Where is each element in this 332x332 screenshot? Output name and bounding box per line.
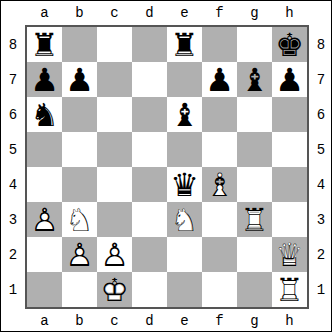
white-piece-outline: ♙ <box>97 237 132 272</box>
square-b4[interactable] <box>62 167 97 202</box>
file-label: h <box>272 1 307 25</box>
file-label: b <box>62 1 97 25</box>
file-label: f <box>202 309 237 332</box>
black-piece-glyph: ♜ <box>167 27 202 62</box>
rank-label: 2 <box>1 237 25 272</box>
square-b8[interactable] <box>62 27 97 62</box>
square-a2[interactable] <box>27 237 62 272</box>
rank-labels-left: 8 7 6 5 4 3 2 1 <box>1 27 25 307</box>
rank-label: 3 <box>1 202 25 237</box>
square-g7[interactable]: ♝ <box>237 62 272 97</box>
square-g8[interactable] <box>237 27 272 62</box>
square-a6[interactable]: ♞ <box>27 97 62 132</box>
square-g5[interactable] <box>237 132 272 167</box>
square-f4[interactable]: ♝♗ <box>202 167 237 202</box>
rank-labels-right: 8 7 6 5 4 3 2 1 <box>309 27 332 307</box>
file-label: g <box>237 309 272 332</box>
white-piece-outline: ♙ <box>62 237 97 272</box>
square-f7[interactable]: ♟ <box>202 62 237 97</box>
chess-diagram: a b c d e f g h 8 7 6 5 4 3 2 1 8 7 6 5 … <box>0 0 332 332</box>
square-a5[interactable] <box>27 132 62 167</box>
file-label: e <box>167 1 202 25</box>
white-piece-fill: ♚ <box>97 272 132 307</box>
white-piece-outline: ♙ <box>27 202 62 237</box>
square-d5[interactable] <box>132 132 167 167</box>
square-e5[interactable] <box>167 132 202 167</box>
rank-label: 8 <box>309 27 332 62</box>
white-piece-fill: ♟ <box>27 202 62 237</box>
white-piece-fill: ♝ <box>202 167 237 202</box>
square-h4[interactable] <box>272 167 307 202</box>
square-g2[interactable] <box>237 237 272 272</box>
rank-label: 5 <box>1 132 25 167</box>
file-label: a <box>27 1 62 25</box>
black-piece-glyph: ♟ <box>27 62 62 97</box>
square-d3[interactable] <box>132 202 167 237</box>
rank-label: 7 <box>1 62 25 97</box>
square-e8[interactable]: ♜ <box>167 27 202 62</box>
rank-label: 1 <box>309 272 332 307</box>
rank-label: 5 <box>309 132 332 167</box>
white-piece-fill: ♟ <box>62 237 97 272</box>
file-label: b <box>62 309 97 332</box>
file-label: c <box>97 1 132 25</box>
white-piece-fill: ♞ <box>167 202 202 237</box>
white-piece-outline: ♘ <box>167 202 202 237</box>
rank-label: 7 <box>309 62 332 97</box>
square-d4[interactable] <box>132 167 167 202</box>
rank-label: 2 <box>309 237 332 272</box>
square-d1[interactable] <box>132 272 167 307</box>
file-labels-top: a b c d e f g h <box>27 1 307 25</box>
square-c3[interactable] <box>97 202 132 237</box>
file-labels-bottom: a b c d e f g h <box>27 309 307 332</box>
square-g1[interactable] <box>237 272 272 307</box>
square-a3[interactable]: ♟♙ <box>27 202 62 237</box>
square-a8[interactable]: ♜ <box>27 27 62 62</box>
square-g3[interactable]: ♜♖ <box>237 202 272 237</box>
black-piece-glyph: ♝ <box>167 97 202 132</box>
file-label: a <box>27 309 62 332</box>
white-piece-outline: ♔ <box>97 272 132 307</box>
rank-label: 4 <box>1 167 25 202</box>
white-piece-fill: ♟ <box>97 237 132 272</box>
square-d8[interactable] <box>132 27 167 62</box>
black-piece-glyph: ♝ <box>237 62 272 97</box>
square-e2[interactable] <box>167 237 202 272</box>
square-f6[interactable] <box>202 97 237 132</box>
file-label: d <box>132 309 167 332</box>
square-h3[interactable] <box>272 202 307 237</box>
chessboard: ♜♜♚♟♟♟♝♟♞♝♛♝♗♟♙♞♘♞♘♜♖♟♙♟♙♛♕♚♔♜♖ <box>25 25 309 309</box>
square-f2[interactable] <box>202 237 237 272</box>
square-d2[interactable] <box>132 237 167 272</box>
white-piece-outline: ♗ <box>202 167 237 202</box>
square-h2[interactable]: ♛♕ <box>272 237 307 272</box>
rank-label: 6 <box>1 97 25 132</box>
black-piece-glyph: ♟ <box>62 62 97 97</box>
black-piece-glyph: ♛ <box>167 167 202 202</box>
square-a4[interactable] <box>27 167 62 202</box>
square-e6[interactable]: ♝ <box>167 97 202 132</box>
square-g4[interactable] <box>237 167 272 202</box>
square-b5[interactable] <box>62 132 97 167</box>
rank-label: 6 <box>309 97 332 132</box>
white-piece-outline: ♕ <box>272 237 307 272</box>
square-c6[interactable] <box>97 97 132 132</box>
rank-label: 4 <box>309 167 332 202</box>
white-piece-fill: ♜ <box>237 202 272 237</box>
square-e4[interactable]: ♛ <box>167 167 202 202</box>
file-label: g <box>237 1 272 25</box>
square-f1[interactable] <box>202 272 237 307</box>
square-h7[interactable]: ♟ <box>272 62 307 97</box>
black-piece-glyph: ♞ <box>27 97 62 132</box>
file-label: f <box>202 1 237 25</box>
black-piece-glyph: ♚ <box>272 27 307 62</box>
white-piece-fill: ♞ <box>62 202 97 237</box>
rank-label: 1 <box>1 272 25 307</box>
file-label: h <box>272 309 307 332</box>
square-c1[interactable]: ♚♔ <box>97 272 132 307</box>
square-e1[interactable] <box>167 272 202 307</box>
white-piece-outline: ♖ <box>272 272 307 307</box>
rank-label: 3 <box>309 202 332 237</box>
black-piece-glyph: ♟ <box>202 62 237 97</box>
white-piece-outline: ♘ <box>62 202 97 237</box>
square-b3[interactable]: ♞♘ <box>62 202 97 237</box>
square-f5[interactable] <box>202 132 237 167</box>
square-f8[interactable] <box>202 27 237 62</box>
file-label: c <box>97 309 132 332</box>
square-b7[interactable]: ♟ <box>62 62 97 97</box>
rank-label: 8 <box>1 27 25 62</box>
square-h8[interactable]: ♚ <box>272 27 307 62</box>
square-b2[interactable]: ♟♙ <box>62 237 97 272</box>
square-a1[interactable] <box>27 272 62 307</box>
black-piece-glyph: ♜ <box>27 27 62 62</box>
square-h1[interactable]: ♜♖ <box>272 272 307 307</box>
white-piece-fill: ♜ <box>272 272 307 307</box>
square-c4[interactable] <box>97 167 132 202</box>
square-d7[interactable] <box>132 62 167 97</box>
square-e7[interactable] <box>167 62 202 97</box>
square-f3[interactable] <box>202 202 237 237</box>
square-g6[interactable] <box>237 97 272 132</box>
square-c5[interactable] <box>97 132 132 167</box>
square-d6[interactable] <box>132 97 167 132</box>
square-c2[interactable]: ♟♙ <box>97 237 132 272</box>
square-b6[interactable] <box>62 97 97 132</box>
square-a7[interactable]: ♟ <box>27 62 62 97</box>
file-label: e <box>167 309 202 332</box>
square-c7[interactable] <box>97 62 132 97</box>
square-e3[interactable]: ♞♘ <box>167 202 202 237</box>
square-c8[interactable] <box>97 27 132 62</box>
square-h5[interactable] <box>272 132 307 167</box>
black-piece-glyph: ♟ <box>272 62 307 97</box>
white-piece-fill: ♛ <box>272 237 307 272</box>
square-b1[interactable] <box>62 272 97 307</box>
file-label: d <box>132 1 167 25</box>
square-h6[interactable] <box>272 97 307 132</box>
white-piece-outline: ♖ <box>237 202 272 237</box>
